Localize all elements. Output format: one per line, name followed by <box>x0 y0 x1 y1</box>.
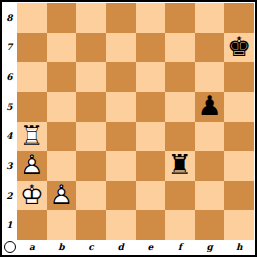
square-f6[interactable] <box>165 62 195 92</box>
square-b6[interactable] <box>47 62 77 92</box>
square-e5[interactable] <box>136 92 166 122</box>
file-label-g: g <box>195 240 225 254</box>
white-rook[interactable]: ♜♖ <box>17 122 47 152</box>
square-c6[interactable] <box>76 62 106 92</box>
square-c5[interactable] <box>76 92 106 122</box>
square-g5[interactable]: ♟ <box>195 92 225 122</box>
black-king-glyph: ♚ <box>224 33 254 63</box>
file-label-c: c <box>76 240 106 254</box>
square-a7[interactable] <box>17 33 47 63</box>
rank-labels: 87654321 <box>2 3 17 240</box>
white-pawn[interactable]: ♟♙ <box>17 151 47 181</box>
square-a8[interactable] <box>17 3 47 33</box>
black-pawn[interactable]: ♟ <box>195 92 225 122</box>
rank-label-3: 3 <box>2 151 17 181</box>
square-b3[interactable] <box>47 151 77 181</box>
white-to-move-indicator <box>4 241 16 253</box>
black-rook-glyph: ♜ <box>165 151 195 181</box>
square-f4[interactable] <box>165 122 195 152</box>
square-h3[interactable] <box>224 151 254 181</box>
square-e1[interactable] <box>136 210 166 240</box>
square-g8[interactable] <box>195 3 225 33</box>
square-f5[interactable] <box>165 92 195 122</box>
square-g3[interactable] <box>195 151 225 181</box>
square-c3[interactable] <box>76 151 106 181</box>
square-c1[interactable] <box>76 210 106 240</box>
square-h4[interactable] <box>224 122 254 152</box>
file-label-f: f <box>165 240 195 254</box>
rank-label-4: 4 <box>2 122 17 152</box>
square-c2[interactable] <box>76 181 106 211</box>
white-rook-outline: ♖ <box>17 122 47 152</box>
square-c7[interactable] <box>76 33 106 63</box>
square-f8[interactable] <box>165 3 195 33</box>
square-h2[interactable] <box>224 181 254 211</box>
black-pawn-glyph: ♟ <box>195 92 225 122</box>
rank-label-2: 2 <box>2 181 17 211</box>
square-f2[interactable] <box>165 181 195 211</box>
square-g7[interactable] <box>195 33 225 63</box>
rank-label-7: 7 <box>2 33 17 63</box>
square-a2[interactable]: ♚♔ <box>17 181 47 211</box>
square-b4[interactable] <box>47 122 77 152</box>
square-f7[interactable] <box>165 33 195 63</box>
square-d5[interactable] <box>106 92 136 122</box>
file-label-h: h <box>224 240 254 254</box>
square-b5[interactable] <box>47 92 77 122</box>
square-b7[interactable] <box>47 33 77 63</box>
square-f1[interactable] <box>165 210 195 240</box>
square-d3[interactable] <box>106 151 136 181</box>
square-d2[interactable] <box>106 181 136 211</box>
square-h6[interactable] <box>224 62 254 92</box>
square-e6[interactable] <box>136 62 166 92</box>
square-f3[interactable]: ♜ <box>165 151 195 181</box>
black-king[interactable]: ♚ <box>224 33 254 63</box>
square-d4[interactable] <box>106 122 136 152</box>
black-rook[interactable]: ♜ <box>165 151 195 181</box>
rank-label-6: 6 <box>2 62 17 92</box>
white-king-outline: ♔ <box>17 181 47 211</box>
white-pawn-outline: ♙ <box>17 151 47 181</box>
square-b2[interactable]: ♟♙ <box>47 181 77 211</box>
white-pawn-outline: ♙ <box>47 181 77 211</box>
square-h7[interactable]: ♚ <box>224 33 254 63</box>
square-e4[interactable] <box>136 122 166 152</box>
square-b8[interactable] <box>47 3 77 33</box>
square-a1[interactable] <box>17 210 47 240</box>
square-g1[interactable] <box>195 210 225 240</box>
rank-label-5: 5 <box>2 92 17 122</box>
white-pawn[interactable]: ♟♙ <box>47 181 77 211</box>
rank-label-8: 8 <box>2 3 17 33</box>
board: ♚♟♜♖♟♙♜♚♔♟♙ <box>17 3 254 240</box>
file-labels: abcdefgh <box>17 240 254 254</box>
square-a3[interactable]: ♟♙ <box>17 151 47 181</box>
square-d7[interactable] <box>106 33 136 63</box>
square-e2[interactable] <box>136 181 166 211</box>
square-h5[interactable] <box>224 92 254 122</box>
square-a6[interactable] <box>17 62 47 92</box>
square-c8[interactable] <box>76 3 106 33</box>
square-e8[interactable] <box>136 3 166 33</box>
rank-label-1: 1 <box>2 210 17 240</box>
square-e3[interactable] <box>136 151 166 181</box>
file-label-e: e <box>136 240 166 254</box>
square-a4[interactable]: ♜♖ <box>17 122 47 152</box>
square-g2[interactable] <box>195 181 225 211</box>
square-g4[interactable] <box>195 122 225 152</box>
square-e7[interactable] <box>136 33 166 63</box>
square-h1[interactable] <box>224 210 254 240</box>
square-c4[interactable] <box>76 122 106 152</box>
square-d6[interactable] <box>106 62 136 92</box>
file-label-a: a <box>17 240 47 254</box>
square-b1[interactable] <box>47 210 77 240</box>
square-d8[interactable] <box>106 3 136 33</box>
square-d1[interactable] <box>106 210 136 240</box>
file-label-b: b <box>47 240 77 254</box>
square-h8[interactable] <box>224 3 254 33</box>
chess-diagram: 87654321 abcdefgh ♚♟♜♖♟♙♜♚♔♟♙ <box>0 0 257 257</box>
square-a5[interactable] <box>17 92 47 122</box>
file-label-d: d <box>106 240 136 254</box>
white-king[interactable]: ♚♔ <box>17 181 47 211</box>
square-g6[interactable] <box>195 62 225 92</box>
